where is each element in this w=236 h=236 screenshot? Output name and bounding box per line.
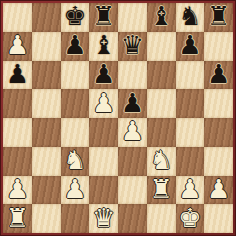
square-e6[interactable] <box>118 61 147 90</box>
square-f3[interactable]: ♞ <box>147 147 176 176</box>
square-h7[interactable] <box>204 32 233 61</box>
square-f2[interactable]: ♜ <box>147 176 176 205</box>
square-g7[interactable]: ♟ <box>176 32 205 61</box>
square-a4[interactable] <box>3 118 32 147</box>
square-f8[interactable]: ♝ <box>147 3 176 32</box>
square-e8[interactable] <box>118 3 147 32</box>
piece-black-pawn: ♟ <box>121 90 144 116</box>
square-a3[interactable] <box>3 147 32 176</box>
piece-white-queen: ♛ <box>92 205 115 231</box>
piece-black-pawn: ♟ <box>92 61 115 87</box>
square-b4[interactable] <box>32 118 61 147</box>
square-h4[interactable] <box>204 118 233 147</box>
square-f6[interactable] <box>147 61 176 90</box>
square-e7[interactable]: ♛ <box>118 32 147 61</box>
square-g3[interactable] <box>176 147 205 176</box>
square-c5[interactable] <box>61 89 90 118</box>
square-d3[interactable] <box>89 147 118 176</box>
square-b8[interactable] <box>32 3 61 32</box>
piece-white-knight: ♞ <box>63 147 86 173</box>
piece-white-king: ♚ <box>178 205 201 231</box>
square-b1[interactable] <box>32 204 61 233</box>
piece-black-bishop: ♝ <box>92 32 115 58</box>
square-c8[interactable]: ♚ <box>61 3 90 32</box>
piece-white-pawn: ♟ <box>6 176 29 202</box>
piece-black-pawn: ♟ <box>178 32 201 58</box>
square-g8[interactable]: ♞ <box>176 3 205 32</box>
square-b2[interactable] <box>32 176 61 205</box>
square-c1[interactable] <box>61 204 90 233</box>
piece-white-pawn: ♟ <box>92 90 115 116</box>
square-d2[interactable] <box>89 176 118 205</box>
piece-black-rook: ♜ <box>92 3 115 29</box>
piece-white-pawn: ♟ <box>63 176 86 202</box>
chess-board: ♚♜♝♞♜♟♟♝♛♟♟♟♟♟♟♟♞♞♟♟♜♟♟♜♛♚ <box>3 3 233 233</box>
square-c3[interactable]: ♞ <box>61 147 90 176</box>
square-c2[interactable]: ♟ <box>61 176 90 205</box>
square-f1[interactable] <box>147 204 176 233</box>
piece-white-knight: ♞ <box>149 147 172 173</box>
square-a8[interactable] <box>3 3 32 32</box>
board-frame: ♚♜♝♞♜♟♟♝♛♟♟♟♟♟♟♟♞♞♟♟♜♟♟♜♛♚ <box>0 0 236 236</box>
piece-white-rook: ♜ <box>149 176 172 202</box>
piece-black-rook: ♜ <box>207 3 230 29</box>
square-h1[interactable] <box>204 204 233 233</box>
square-d6[interactable]: ♟ <box>89 61 118 90</box>
square-g5[interactable] <box>176 89 205 118</box>
piece-black-pawn: ♟ <box>63 32 86 58</box>
square-b5[interactable] <box>32 89 61 118</box>
piece-black-king: ♚ <box>63 3 86 29</box>
square-a2[interactable]: ♟ <box>3 176 32 205</box>
square-f7[interactable] <box>147 32 176 61</box>
square-g6[interactable] <box>176 61 205 90</box>
square-f4[interactable] <box>147 118 176 147</box>
piece-white-rook: ♜ <box>6 205 29 231</box>
square-e4[interactable]: ♟ <box>118 118 147 147</box>
square-c4[interactable] <box>61 118 90 147</box>
piece-black-pawn: ♟ <box>207 61 230 87</box>
square-b6[interactable] <box>32 61 61 90</box>
square-e3[interactable] <box>118 147 147 176</box>
square-g1[interactable]: ♚ <box>176 204 205 233</box>
square-d1[interactable]: ♛ <box>89 204 118 233</box>
square-b7[interactable] <box>32 32 61 61</box>
square-b3[interactable] <box>32 147 61 176</box>
piece-black-knight: ♞ <box>178 3 201 29</box>
square-d4[interactable] <box>89 118 118 147</box>
square-a6[interactable]: ♟ <box>3 61 32 90</box>
square-e2[interactable] <box>118 176 147 205</box>
square-c7[interactable]: ♟ <box>61 32 90 61</box>
square-c6[interactable] <box>61 61 90 90</box>
piece-white-pawn: ♟ <box>6 32 29 58</box>
square-g4[interactable] <box>176 118 205 147</box>
square-d8[interactable]: ♜ <box>89 3 118 32</box>
square-a1[interactable]: ♜ <box>3 204 32 233</box>
square-a7[interactable]: ♟ <box>3 32 32 61</box>
piece-white-pawn: ♟ <box>178 176 201 202</box>
piece-black-pawn: ♟ <box>6 61 29 87</box>
square-d7[interactable]: ♝ <box>89 32 118 61</box>
square-h5[interactable] <box>204 89 233 118</box>
square-e5[interactable]: ♟ <box>118 89 147 118</box>
piece-black-queen: ♛ <box>121 32 144 58</box>
square-h8[interactable]: ♜ <box>204 3 233 32</box>
piece-white-pawn: ♟ <box>121 118 144 144</box>
square-e1[interactable] <box>118 204 147 233</box>
square-f5[interactable] <box>147 89 176 118</box>
piece-black-bishop: ♝ <box>149 3 172 29</box>
square-g2[interactable]: ♟ <box>176 176 205 205</box>
square-h3[interactable] <box>204 147 233 176</box>
square-h6[interactable]: ♟ <box>204 61 233 90</box>
square-d5[interactable]: ♟ <box>89 89 118 118</box>
piece-white-pawn: ♟ <box>207 176 230 202</box>
square-a5[interactable] <box>3 89 32 118</box>
square-h2[interactable]: ♟ <box>204 176 233 205</box>
